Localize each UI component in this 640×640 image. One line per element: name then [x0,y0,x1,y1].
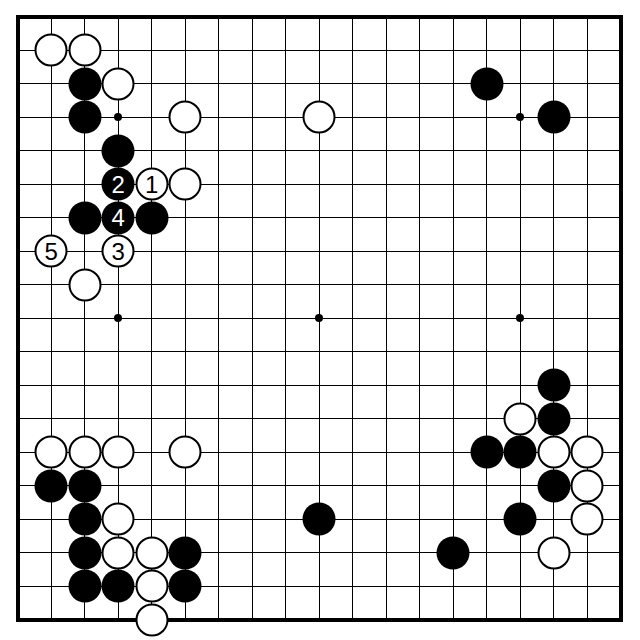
intersection[interactable] [604,101,638,135]
intersection[interactable] [269,503,303,537]
intersection[interactable] [269,0,303,34]
intersection[interactable] [102,469,136,503]
intersection[interactable] [68,570,102,604]
intersection[interactable] [236,168,270,202]
intersection[interactable]: 3 [102,235,136,269]
intersection[interactable] [303,536,337,570]
intersection[interactable] [169,402,203,436]
intersection[interactable] [336,536,370,570]
intersection[interactable] [169,0,203,34]
intersection[interactable] [504,101,538,135]
intersection[interactable] [437,369,471,403]
intersection[interactable] [336,302,370,336]
intersection[interactable] [68,603,102,637]
intersection[interactable] [202,536,236,570]
intersection[interactable] [68,34,102,68]
intersection[interactable] [269,168,303,202]
intersection[interactable] [470,369,504,403]
intersection[interactable] [68,0,102,34]
intersection[interactable] [403,134,437,168]
intersection[interactable] [370,536,404,570]
intersection[interactable] [1,0,35,34]
intersection[interactable] [35,603,69,637]
intersection[interactable] [303,235,337,269]
intersection[interactable] [437,503,471,537]
intersection[interactable] [604,302,638,336]
intersection[interactable] [135,335,169,369]
intersection[interactable] [604,201,638,235]
intersection[interactable] [1,101,35,135]
intersection[interactable] [571,67,605,101]
intersection[interactable] [470,201,504,235]
intersection[interactable] [236,402,270,436]
intersection[interactable] [537,0,571,34]
intersection[interactable] [537,134,571,168]
intersection[interactable] [269,67,303,101]
intersection[interactable] [202,402,236,436]
intersection[interactable] [437,536,471,570]
intersection[interactable] [1,402,35,436]
intersection[interactable] [470,603,504,637]
intersection[interactable] [68,503,102,537]
intersection[interactable] [537,503,571,537]
intersection[interactable] [135,570,169,604]
intersection[interactable] [102,402,136,436]
intersection[interactable] [303,402,337,436]
intersection[interactable] [470,134,504,168]
intersection[interactable] [336,503,370,537]
intersection[interactable] [571,101,605,135]
intersection[interactable] [370,134,404,168]
intersection[interactable] [571,436,605,470]
intersection[interactable] [537,335,571,369]
intersection[interactable] [403,67,437,101]
intersection[interactable] [437,168,471,202]
intersection[interactable]: 5 [35,235,69,269]
intersection[interactable] [269,201,303,235]
intersection[interactable] [236,335,270,369]
intersection[interactable] [102,570,136,604]
intersection[interactable] [604,268,638,302]
intersection[interactable] [135,436,169,470]
intersection[interactable] [236,570,270,604]
intersection[interactable] [269,302,303,336]
intersection[interactable] [303,201,337,235]
intersection[interactable] [68,235,102,269]
intersection[interactable] [504,536,538,570]
intersection[interactable]: 4 [102,201,136,235]
intersection[interactable] [303,67,337,101]
intersection[interactable] [68,369,102,403]
intersection[interactable] [370,570,404,604]
intersection[interactable] [604,503,638,537]
intersection[interactable] [370,168,404,202]
intersection[interactable] [35,201,69,235]
intersection[interactable] [135,603,169,637]
intersection[interactable] [1,268,35,302]
intersection[interactable] [1,302,35,336]
intersection[interactable] [68,101,102,135]
intersection[interactable] [135,34,169,68]
intersection[interactable] [403,168,437,202]
intersection[interactable] [102,34,136,68]
intersection[interactable] [1,369,35,403]
intersection[interactable] [303,369,337,403]
intersection[interactable] [437,302,471,336]
intersection[interactable] [202,369,236,403]
intersection[interactable] [202,101,236,135]
intersection[interactable] [202,67,236,101]
intersection[interactable] [370,235,404,269]
intersection[interactable] [135,134,169,168]
intersection[interactable] [336,34,370,68]
intersection[interactable] [537,369,571,403]
intersection[interactable] [403,34,437,68]
intersection[interactable] [370,0,404,34]
intersection[interactable] [269,268,303,302]
intersection[interactable] [35,335,69,369]
intersection[interactable] [102,67,136,101]
intersection[interactable] [236,603,270,637]
intersection[interactable] [604,134,638,168]
intersection[interactable] [1,168,35,202]
intersection[interactable] [504,201,538,235]
intersection[interactable] [571,536,605,570]
intersection[interactable] [303,34,337,68]
intersection[interactable] [604,168,638,202]
intersection[interactable] [269,402,303,436]
intersection[interactable] [504,168,538,202]
intersection[interactable] [403,101,437,135]
intersection[interactable] [269,134,303,168]
intersection[interactable] [269,603,303,637]
intersection[interactable] [169,168,203,202]
intersection[interactable] [537,302,571,336]
intersection[interactable] [1,603,35,637]
intersection[interactable] [470,402,504,436]
intersection[interactable] [403,201,437,235]
intersection[interactable] [169,335,203,369]
intersection[interactable] [336,0,370,34]
intersection[interactable] [303,603,337,637]
intersection[interactable] [403,603,437,637]
intersection[interactable] [403,235,437,269]
intersection[interactable] [370,67,404,101]
intersection[interactable] [370,603,404,637]
intersection[interactable] [403,570,437,604]
intersection[interactable] [571,168,605,202]
intersection[interactable] [236,302,270,336]
intersection[interactable] [102,536,136,570]
intersection[interactable] [470,536,504,570]
intersection[interactable] [135,268,169,302]
intersection[interactable] [504,369,538,403]
intersection[interactable] [169,235,203,269]
intersection[interactable] [504,268,538,302]
intersection[interactable] [604,34,638,68]
intersection[interactable] [202,469,236,503]
intersection[interactable] [336,268,370,302]
intersection[interactable] [370,469,404,503]
intersection[interactable] [102,268,136,302]
intersection[interactable] [303,268,337,302]
intersection[interactable] [269,570,303,604]
intersection[interactable] [102,134,136,168]
intersection[interactable] [269,369,303,403]
intersection[interactable] [470,168,504,202]
intersection[interactable] [571,0,605,34]
intersection[interactable] [437,402,471,436]
intersection[interactable] [470,335,504,369]
intersection[interactable] [202,335,236,369]
intersection[interactable] [604,469,638,503]
intersection[interactable] [1,134,35,168]
intersection[interactable] [604,402,638,436]
intersection[interactable] [35,302,69,336]
intersection[interactable] [68,335,102,369]
intersection[interactable] [135,402,169,436]
intersection[interactable] [470,570,504,604]
intersection[interactable] [336,603,370,637]
intersection[interactable] [537,67,571,101]
intersection[interactable] [571,134,605,168]
intersection[interactable] [537,603,571,637]
intersection[interactable] [68,536,102,570]
intersection[interactable] [437,0,471,34]
intersection[interactable] [269,436,303,470]
intersection[interactable] [336,168,370,202]
intersection[interactable] [202,503,236,537]
intersection[interactable] [470,235,504,269]
intersection[interactable] [537,570,571,604]
intersection[interactable] [537,101,571,135]
intersection[interactable] [35,469,69,503]
intersection[interactable] [504,469,538,503]
intersection[interactable] [537,201,571,235]
intersection[interactable] [303,101,337,135]
intersection[interactable] [504,402,538,436]
intersection[interactable] [169,67,203,101]
intersection[interactable] [470,268,504,302]
intersection[interactable] [102,369,136,403]
intersection[interactable] [169,503,203,537]
intersection[interactable] [336,402,370,436]
intersection[interactable] [504,335,538,369]
intersection[interactable] [370,201,404,235]
intersection[interactable] [169,369,203,403]
intersection[interactable] [236,268,270,302]
intersection[interactable] [102,436,136,470]
intersection[interactable] [35,168,69,202]
intersection[interactable] [169,603,203,637]
intersection[interactable] [370,369,404,403]
intersection[interactable] [269,101,303,135]
intersection[interactable] [370,335,404,369]
intersection[interactable] [202,134,236,168]
intersection[interactable] [169,436,203,470]
intersection[interactable] [336,67,370,101]
intersection[interactable] [336,335,370,369]
intersection[interactable] [102,302,136,336]
intersection[interactable] [437,268,471,302]
intersection[interactable] [604,335,638,369]
intersection[interactable] [102,503,136,537]
intersection[interactable] [135,536,169,570]
intersection[interactable] [68,168,102,202]
intersection[interactable] [202,436,236,470]
intersection[interactable] [236,503,270,537]
intersection[interactable] [269,335,303,369]
intersection[interactable] [504,570,538,604]
intersection[interactable] [202,235,236,269]
intersection[interactable] [202,570,236,604]
intersection[interactable] [571,235,605,269]
intersection[interactable] [135,67,169,101]
intersection[interactable] [35,34,69,68]
intersection[interactable] [135,101,169,135]
intersection[interactable] [236,0,270,34]
intersection[interactable] [537,536,571,570]
intersection[interactable] [370,268,404,302]
intersection[interactable] [336,201,370,235]
intersection[interactable] [604,603,638,637]
intersection[interactable] [370,34,404,68]
intersection[interactable] [336,369,370,403]
intersection[interactable] [202,0,236,34]
intersection[interactable] [336,134,370,168]
intersection[interactable] [169,469,203,503]
intersection[interactable] [202,201,236,235]
intersection[interactable] [504,134,538,168]
intersection[interactable] [504,0,538,34]
intersection[interactable] [68,469,102,503]
intersection[interactable] [571,335,605,369]
intersection[interactable] [571,201,605,235]
intersection[interactable] [336,570,370,604]
intersection[interactable] [236,436,270,470]
intersection[interactable] [68,268,102,302]
intersection[interactable] [202,168,236,202]
intersection[interactable] [504,67,538,101]
intersection[interactable] [35,536,69,570]
intersection[interactable] [370,302,404,336]
intersection[interactable] [102,335,136,369]
intersection[interactable] [169,201,203,235]
intersection[interactable] [504,302,538,336]
intersection[interactable] [537,34,571,68]
intersection[interactable] [35,67,69,101]
intersection[interactable] [604,0,638,34]
intersection[interactable] [437,34,471,68]
intersection[interactable] [1,570,35,604]
intersection[interactable] [437,570,471,604]
intersection[interactable] [470,469,504,503]
intersection[interactable] [303,503,337,537]
intersection[interactable] [571,302,605,336]
intersection[interactable] [437,469,471,503]
intersection[interactable]: 1 [135,168,169,202]
intersection[interactable] [269,235,303,269]
intersection[interactable] [169,570,203,604]
intersection[interactable] [269,469,303,503]
intersection[interactable] [470,302,504,336]
intersection[interactable] [35,0,69,34]
intersection[interactable] [1,335,35,369]
intersection[interactable] [403,402,437,436]
intersection[interactable] [102,603,136,637]
intersection[interactable] [571,402,605,436]
intersection[interactable] [236,469,270,503]
intersection[interactable] [303,302,337,336]
intersection[interactable] [202,34,236,68]
intersection[interactable] [537,268,571,302]
intersection[interactable] [1,34,35,68]
intersection[interactable] [236,235,270,269]
intersection[interactable] [470,436,504,470]
intersection[interactable] [35,503,69,537]
intersection[interactable] [68,402,102,436]
intersection[interactable] [571,369,605,403]
intersection[interactable] [1,436,35,470]
intersection[interactable] [403,268,437,302]
intersection[interactable] [403,436,437,470]
intersection[interactable] [135,201,169,235]
intersection[interactable] [470,101,504,135]
intersection[interactable] [135,469,169,503]
intersection[interactable] [1,503,35,537]
intersection[interactable] [35,369,69,403]
intersection[interactable] [403,469,437,503]
intersection[interactable] [135,0,169,34]
intersection[interactable] [1,67,35,101]
intersection[interactable] [102,0,136,34]
intersection[interactable] [403,0,437,34]
intersection[interactable] [604,369,638,403]
intersection[interactable] [303,335,337,369]
intersection[interactable] [1,469,35,503]
intersection[interactable] [370,402,404,436]
intersection[interactable] [504,235,538,269]
intersection[interactable] [35,570,69,604]
intersection[interactable] [437,436,471,470]
intersection[interactable] [1,235,35,269]
intersection[interactable] [35,402,69,436]
intersection[interactable] [169,536,203,570]
intersection[interactable] [68,302,102,336]
intersection[interactable] [604,436,638,470]
intersection[interactable] [504,603,538,637]
intersection[interactable] [303,134,337,168]
intersection[interactable] [403,335,437,369]
intersection[interactable] [604,570,638,604]
intersection[interactable] [537,436,571,470]
intersection[interactable] [303,570,337,604]
intersection[interactable] [504,34,538,68]
intersection[interactable] [236,134,270,168]
intersection[interactable] [537,469,571,503]
intersection[interactable] [571,34,605,68]
intersection[interactable] [236,101,270,135]
intersection[interactable] [437,603,471,637]
intersection[interactable] [403,302,437,336]
intersection[interactable] [236,201,270,235]
intersection[interactable] [68,134,102,168]
intersection[interactable] [604,235,638,269]
intersection[interactable] [437,235,471,269]
intersection[interactable] [437,67,471,101]
intersection[interactable] [169,101,203,135]
intersection[interactable] [470,503,504,537]
